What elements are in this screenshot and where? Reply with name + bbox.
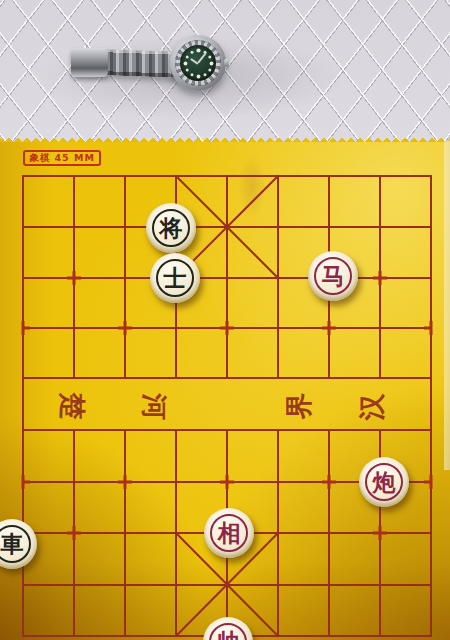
piece-red-cannon[interactable]: 炮 bbox=[359, 457, 409, 507]
piece-glyph: 马 bbox=[322, 264, 345, 287]
piece-ring: 車 bbox=[0, 525, 31, 563]
piece-ring: 士 bbox=[156, 259, 194, 297]
piece-black-general[interactable]: 将 bbox=[146, 203, 196, 253]
river-char-jie: 界 bbox=[285, 393, 312, 420]
scene: 象棋 45 MM 楚 河 界 汉 将 士 马 炮 車 相 帅 bbox=[0, 0, 450, 640]
piece-black-advisor[interactable]: 士 bbox=[150, 253, 200, 303]
piece-glyph: 士 bbox=[164, 266, 187, 289]
piece-glyph: 将 bbox=[160, 216, 183, 239]
piece-glyph: 炮 bbox=[373, 470, 396, 493]
piece-ring: 相 bbox=[210, 514, 248, 552]
board-size-label: 象棋 45 MM bbox=[23, 150, 101, 166]
piece-ring: 马 bbox=[314, 257, 352, 295]
piece-glyph: 帅 bbox=[217, 630, 240, 640]
piece-ring: 炮 bbox=[365, 463, 403, 501]
river-char-he: 河 bbox=[141, 394, 168, 421]
piece-ring: 将 bbox=[152, 209, 190, 247]
piece-ring: 帅 bbox=[209, 623, 247, 640]
piece-red-horse[interactable]: 马 bbox=[308, 251, 358, 301]
piece-red-elephant[interactable]: 相 bbox=[204, 508, 254, 558]
river-char-chu: 楚 bbox=[59, 393, 86, 420]
river-char-han: 汉 bbox=[358, 394, 385, 421]
piece-glyph: 車 bbox=[1, 532, 24, 555]
piece-glyph: 相 bbox=[218, 521, 241, 544]
